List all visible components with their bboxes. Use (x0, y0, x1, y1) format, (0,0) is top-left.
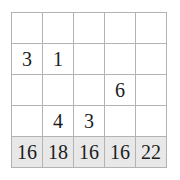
given-digit-cell-r2c1: 3 (12, 44, 42, 74)
empty-cell-r4c4[interactable] (105, 106, 135, 136)
column-sum-c4: 16 (105, 137, 135, 167)
empty-cell-r1c1[interactable] (12, 13, 42, 43)
column-sum-c1: 16 (12, 137, 42, 167)
empty-cell-r2c3[interactable] (74, 44, 104, 74)
empty-cell-r1c2[interactable] (43, 13, 73, 43)
puzzle-grid: 316431618161622 (11, 12, 167, 168)
empty-cell-r3c1[interactable] (12, 75, 42, 105)
empty-cell-r2c4[interactable] (105, 44, 135, 74)
column-sum-c2: 18 (43, 137, 73, 167)
empty-cell-r4c5[interactable] (136, 106, 166, 136)
empty-cell-r2c5[interactable] (136, 44, 166, 74)
column-sum-c5: 22 (136, 137, 166, 167)
given-digit-cell-r2c2: 1 (43, 44, 73, 74)
empty-cell-r3c2[interactable] (43, 75, 73, 105)
empty-cell-r1c3[interactable] (74, 13, 104, 43)
given-digit-cell-r3c4: 6 (105, 75, 135, 105)
column-sum-c3: 16 (74, 137, 104, 167)
empty-cell-r1c5[interactable] (136, 13, 166, 43)
empty-cell-r4c1[interactable] (12, 106, 42, 136)
empty-cell-r1c4[interactable] (105, 13, 135, 43)
given-digit-cell-r4c2: 4 (43, 106, 73, 136)
empty-cell-r3c3[interactable] (74, 75, 104, 105)
given-digit-cell-r4c3: 3 (74, 106, 104, 136)
empty-cell-r3c5[interactable] (136, 75, 166, 105)
